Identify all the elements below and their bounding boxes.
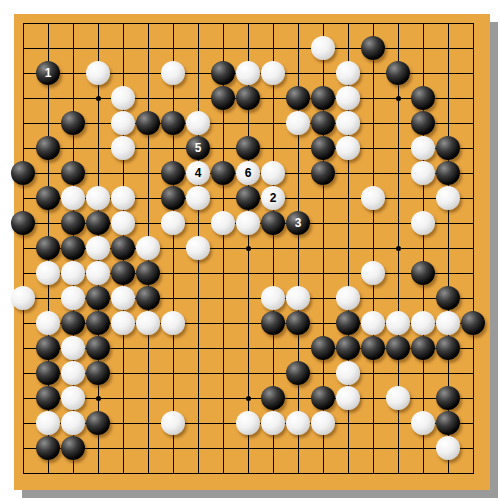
stone-white[interactable] xyxy=(111,186,135,210)
stone-white[interactable] xyxy=(161,211,185,235)
stone-white[interactable] xyxy=(336,86,360,110)
stone-white[interactable] xyxy=(261,61,285,85)
stone-white[interactable] xyxy=(36,261,60,285)
stone-black[interactable] xyxy=(411,261,435,285)
stone-black[interactable] xyxy=(61,111,85,135)
stone-black[interactable] xyxy=(61,211,85,235)
stone-black[interactable]: 1 xyxy=(36,61,60,85)
stone-white[interactable] xyxy=(411,136,435,160)
stone-black[interactable] xyxy=(311,336,335,360)
stone-white[interactable] xyxy=(436,186,460,210)
stone-black[interactable] xyxy=(436,411,460,435)
stone-white[interactable] xyxy=(36,311,60,335)
stone-black[interactable] xyxy=(386,61,410,85)
stone-black[interactable] xyxy=(361,36,385,60)
move-number-label: 1 xyxy=(45,66,52,80)
stone-white[interactable] xyxy=(261,161,285,185)
stone-white[interactable] xyxy=(286,411,310,435)
stone-black[interactable] xyxy=(36,361,60,385)
stone-white[interactable] xyxy=(386,311,410,335)
stone-black[interactable] xyxy=(336,311,360,335)
stone-black[interactable] xyxy=(286,311,310,335)
stone-white[interactable] xyxy=(111,311,135,335)
stone-black[interactable] xyxy=(386,336,410,360)
stone-black[interactable] xyxy=(86,286,110,310)
stone-black[interactable] xyxy=(361,336,385,360)
stone-black[interactable] xyxy=(86,411,110,435)
star-point xyxy=(396,246,401,251)
move-number-label: 6 xyxy=(245,166,252,180)
stone-white[interactable] xyxy=(411,411,435,435)
stone-black[interactable] xyxy=(161,161,185,185)
stone-white[interactable] xyxy=(111,286,135,310)
stone-white[interactable] xyxy=(111,136,135,160)
stone-black[interactable] xyxy=(311,111,335,135)
stone-black[interactable] xyxy=(11,211,35,235)
stone-white[interactable] xyxy=(211,211,235,235)
move-number-label: 3 xyxy=(295,216,302,230)
stone-white[interactable] xyxy=(111,111,135,135)
stone-black[interactable] xyxy=(286,86,310,110)
stone-black[interactable] xyxy=(261,211,285,235)
stone-black[interactable] xyxy=(161,111,185,135)
stone-white[interactable] xyxy=(61,186,85,210)
stone-black[interactable]: 5 xyxy=(186,136,210,160)
move-number-label: 2 xyxy=(270,191,277,205)
stone-white[interactable] xyxy=(361,261,385,285)
star-point xyxy=(96,96,101,101)
go-grid[interactable]: 154623 xyxy=(23,23,474,474)
stone-white[interactable] xyxy=(86,236,110,260)
star-point xyxy=(96,396,101,401)
stone-white[interactable] xyxy=(236,61,260,85)
stone-black[interactable] xyxy=(36,186,60,210)
stone-white[interactable] xyxy=(436,436,460,460)
stone-black[interactable] xyxy=(436,336,460,360)
stone-white[interactable] xyxy=(161,411,185,435)
stone-black[interactable] xyxy=(311,136,335,160)
stone-white[interactable] xyxy=(161,311,185,335)
stone-black[interactable] xyxy=(86,311,110,335)
stone-black[interactable] xyxy=(136,111,160,135)
stone-black[interactable] xyxy=(336,336,360,360)
stone-black[interactable] xyxy=(211,61,235,85)
stone-white[interactable] xyxy=(336,386,360,410)
stone-black[interactable] xyxy=(436,161,460,185)
page: { "game": "go", "board_size": 19, "descr… xyxy=(0,0,500,500)
stone-white[interactable]: 4 xyxy=(186,161,210,185)
stone-black[interactable] xyxy=(236,186,260,210)
stone-white[interactable] xyxy=(111,211,135,235)
stone-white[interactable] xyxy=(411,161,435,185)
stone-white[interactable] xyxy=(286,111,310,135)
stone-white[interactable] xyxy=(61,261,85,285)
stone-black[interactable] xyxy=(286,361,310,385)
stone-white[interactable] xyxy=(36,411,60,435)
stone-white[interactable] xyxy=(61,386,85,410)
stone-black[interactable] xyxy=(411,86,435,110)
stone-white[interactable] xyxy=(136,236,160,260)
stone-white[interactable] xyxy=(336,286,360,310)
stone-black[interactable] xyxy=(161,186,185,210)
stone-white[interactable] xyxy=(136,311,160,335)
stone-white[interactable]: 6 xyxy=(236,161,260,185)
stone-white[interactable] xyxy=(186,111,210,135)
stone-white[interactable] xyxy=(336,61,360,85)
stone-black[interactable] xyxy=(461,311,485,335)
stone-black[interactable] xyxy=(36,136,60,160)
stone-black[interactable] xyxy=(436,286,460,310)
stone-white[interactable] xyxy=(161,61,185,85)
stone-white[interactable] xyxy=(436,311,460,335)
move-number-label: 4 xyxy=(195,166,202,180)
star-point xyxy=(246,396,251,401)
stone-white[interactable] xyxy=(86,61,110,85)
stone-white[interactable] xyxy=(61,361,85,385)
stone-black[interactable] xyxy=(211,86,235,110)
stone-white[interactable] xyxy=(186,236,210,260)
stone-black[interactable] xyxy=(236,136,260,160)
grid-line-vertical xyxy=(373,23,374,474)
stone-white[interactable] xyxy=(11,286,35,310)
stone-white[interactable] xyxy=(361,311,385,335)
stone-black[interactable] xyxy=(261,311,285,335)
stone-white[interactable] xyxy=(61,411,85,435)
stone-black[interactable] xyxy=(36,336,60,360)
stone-black[interactable]: 3 xyxy=(286,211,310,235)
stone-black[interactable] xyxy=(36,386,60,410)
stone-black[interactable] xyxy=(11,161,35,185)
stone-white[interactable] xyxy=(61,336,85,360)
stone-black[interactable] xyxy=(111,261,135,285)
stone-black[interactable] xyxy=(86,361,110,385)
stone-black[interactable] xyxy=(136,261,160,285)
stone-black[interactable] xyxy=(211,161,235,185)
stone-black[interactable] xyxy=(86,336,110,360)
stone-white[interactable] xyxy=(361,186,385,210)
stone-white[interactable] xyxy=(186,186,210,210)
stone-black[interactable] xyxy=(111,236,135,260)
stone-black[interactable] xyxy=(86,211,110,235)
move-number-label: 5 xyxy=(195,141,202,155)
stone-black[interactable] xyxy=(61,161,85,185)
star-point xyxy=(246,246,251,251)
stone-black[interactable] xyxy=(236,86,260,110)
stone-black[interactable] xyxy=(411,111,435,135)
stone-black[interactable] xyxy=(311,386,335,410)
stone-white[interactable] xyxy=(236,211,260,235)
stone-white[interactable] xyxy=(61,286,85,310)
stone-black[interactable] xyxy=(261,386,285,410)
stone-white[interactable] xyxy=(86,186,110,210)
grid-line-vertical xyxy=(473,23,474,474)
stone-black[interactable] xyxy=(311,161,335,185)
stone-black[interactable] xyxy=(36,236,60,260)
stone-white[interactable] xyxy=(261,286,285,310)
stone-black[interactable] xyxy=(311,86,335,110)
stone-white[interactable]: 2 xyxy=(261,186,285,210)
stone-white[interactable] xyxy=(86,261,110,285)
stone-black[interactable] xyxy=(61,436,85,460)
stone-white[interactable] xyxy=(386,386,410,410)
stone-white[interactable] xyxy=(336,111,360,135)
star-point xyxy=(396,96,401,101)
stone-black[interactable] xyxy=(61,311,85,335)
stone-white[interactable] xyxy=(311,411,335,435)
stone-black[interactable] xyxy=(436,136,460,160)
stone-white[interactable] xyxy=(261,411,285,435)
go-board[interactable]: 154623 xyxy=(14,14,490,490)
stone-white[interactable] xyxy=(111,86,135,110)
stone-black[interactable] xyxy=(136,286,160,310)
stone-white[interactable] xyxy=(336,361,360,385)
stone-white[interactable] xyxy=(311,36,335,60)
stone-black[interactable] xyxy=(411,336,435,360)
stone-white[interactable] xyxy=(411,311,435,335)
stone-black[interactable] xyxy=(436,386,460,410)
stone-white[interactable] xyxy=(236,411,260,435)
grid-line-horizontal xyxy=(23,448,474,449)
stone-black[interactable] xyxy=(36,436,60,460)
stone-white[interactable] xyxy=(286,286,310,310)
grid-line-horizontal xyxy=(23,473,474,474)
stone-white[interactable] xyxy=(336,136,360,160)
stone-black[interactable] xyxy=(61,236,85,260)
stone-white[interactable] xyxy=(411,211,435,235)
